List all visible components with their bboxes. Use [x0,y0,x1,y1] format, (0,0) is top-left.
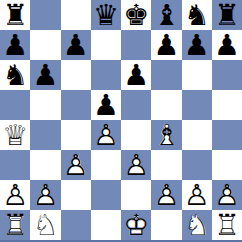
piece-outline-layer: ♘ [182,210,212,240]
square-a7[interactable]: ♟ [0,30,30,60]
square-b2[interactable]: ♟♙ [30,180,60,210]
piece-outline-layer: ♙ [61,150,91,180]
square-d7[interactable] [91,30,121,60]
square-g6[interactable] [182,60,212,90]
piece-solid-layer: ♟ [212,30,242,60]
square-b6[interactable]: ♟ [30,60,60,90]
white-knight[interactable]: ♞♘ [182,210,212,240]
piece-outline-layer: ♙ [182,180,212,210]
white-rook[interactable]: ♜♖ [212,210,242,240]
square-b4[interactable] [30,120,60,150]
white-bishop[interactable]: ♝♗ [151,120,181,150]
square-h5[interactable] [212,90,242,120]
white-king[interactable]: ♚♔ [121,210,151,240]
square-c3[interactable]: ♟♙ [61,150,91,180]
piece-solid-layer: ♟ [61,30,91,60]
square-h8[interactable]: ♜ [212,0,242,30]
square-h1[interactable]: ♜♖ [212,210,242,240]
piece-outline-layer: ♔ [121,210,151,240]
piece-solid-layer: ♜ [212,0,242,30]
square-d4[interactable]: ♟♙ [91,120,121,150]
white-pawn[interactable]: ♟♙ [182,180,212,210]
square-f5[interactable] [151,90,181,120]
square-e1[interactable]: ♚♔ [121,210,151,240]
piece-outline-layer: ♙ [0,180,30,210]
white-pawn[interactable]: ♟♙ [151,180,181,210]
square-h3[interactable] [212,150,242,180]
black-pawn[interactable]: ♟ [61,30,91,60]
square-b3[interactable] [30,150,60,180]
square-a6[interactable]: ♞ [0,60,30,90]
square-c1[interactable] [61,210,91,240]
piece-solid-layer: ♞ [0,60,30,90]
piece-solid-layer: ♟ [151,30,181,60]
piece-outline-layer: ♙ [30,180,60,210]
white-rook[interactable]: ♜♖ [0,210,30,240]
square-e3[interactable]: ♟♙ [121,150,151,180]
white-pawn[interactable]: ♟♙ [212,180,242,210]
piece-solid-layer: ♟ [121,60,151,90]
white-pawn[interactable]: ♟♙ [121,150,151,180]
square-f1[interactable] [151,210,181,240]
square-f3[interactable] [151,150,181,180]
square-f4[interactable]: ♝♗ [151,120,181,150]
black-rook[interactable]: ♜ [0,0,30,30]
black-pawn[interactable]: ♟ [182,30,212,60]
piece-solid-layer: ♛ [91,0,121,30]
square-c8[interactable] [61,0,91,30]
piece-solid-layer: ♟ [91,90,121,120]
piece-solid-layer: ♝ [151,0,181,30]
square-d1[interactable] [91,210,121,240]
black-knight[interactable]: ♞ [182,0,212,30]
square-e2[interactable] [121,180,151,210]
square-c4[interactable] [61,120,91,150]
square-c5[interactable] [61,90,91,120]
chess-board: ♜♛♚♝♞♜♟♟♟♟♟♞♟♟♟♛♕♟♙♝♗♟♙♟♙♟♙♟♙♟♙♟♙♟♙♜♖♞♘♚… [0,0,242,242]
white-queen[interactable]: ♛♕ [0,120,30,150]
piece-outline-layer: ♙ [212,180,242,210]
piece-outline-layer: ♗ [151,120,181,150]
square-h2[interactable]: ♟♙ [212,180,242,210]
square-h6[interactable] [212,60,242,90]
piece-solid-layer: ♚ [121,0,151,30]
square-a2[interactable]: ♟♙ [0,180,30,210]
square-f7[interactable]: ♟ [151,30,181,60]
square-f2[interactable]: ♟♙ [151,180,181,210]
square-e4[interactable] [121,120,151,150]
black-bishop[interactable]: ♝ [151,0,181,30]
piece-outline-layer: ♙ [121,150,151,180]
square-g7[interactable]: ♟ [182,30,212,60]
piece-solid-layer: ♞ [182,0,212,30]
white-pawn[interactable]: ♟♙ [30,180,60,210]
piece-outline-layer: ♙ [91,120,121,150]
piece-outline-layer: ♖ [212,210,242,240]
square-d8[interactable]: ♛ [91,0,121,30]
square-g3[interactable] [182,150,212,180]
piece-outline-layer: ♘ [30,210,60,240]
white-pawn[interactable]: ♟♙ [61,150,91,180]
square-g5[interactable] [182,90,212,120]
black-pawn[interactable]: ♟ [30,60,60,90]
square-f6[interactable] [151,60,181,90]
square-c2[interactable] [61,180,91,210]
square-b8[interactable] [30,0,60,30]
black-rook[interactable]: ♜ [212,0,242,30]
square-e6[interactable]: ♟ [121,60,151,90]
square-a4[interactable]: ♛♕ [0,120,30,150]
square-f8[interactable]: ♝ [151,0,181,30]
square-d3[interactable] [91,150,121,180]
square-h4[interactable] [212,120,242,150]
piece-solid-layer: ♟ [182,30,212,60]
square-c6[interactable] [61,60,91,90]
square-g1[interactable]: ♞♘ [182,210,212,240]
square-g4[interactable] [182,120,212,150]
piece-solid-layer: ♟ [0,30,30,60]
piece-outline-layer: ♕ [0,120,30,150]
piece-outline-layer: ♖ [0,210,30,240]
white-knight[interactable]: ♞♘ [30,210,60,240]
square-b7[interactable] [30,30,60,60]
square-g8[interactable]: ♞ [182,0,212,30]
black-pawn[interactable]: ♟ [0,30,30,60]
square-d6[interactable] [91,60,121,90]
square-c7[interactable]: ♟ [61,30,91,60]
black-pawn[interactable]: ♟ [212,30,242,60]
black-pawn[interactable]: ♟ [91,90,121,120]
square-d5[interactable]: ♟ [91,90,121,120]
piece-solid-layer: ♟ [30,60,60,90]
square-a3[interactable] [0,150,30,180]
square-d2[interactable] [91,180,121,210]
square-h7[interactable]: ♟ [212,30,242,60]
square-e7[interactable] [121,30,151,60]
square-g2[interactable]: ♟♙ [182,180,212,210]
black-pawn[interactable]: ♟ [121,60,151,90]
piece-solid-layer: ♜ [0,0,30,30]
piece-outline-layer: ♙ [151,180,181,210]
square-a1[interactable]: ♜♖ [0,210,30,240]
square-a5[interactable] [0,90,30,120]
black-pawn[interactable]: ♟ [151,30,181,60]
black-knight[interactable]: ♞ [0,60,30,90]
square-e8[interactable]: ♚ [121,0,151,30]
square-b5[interactable] [30,90,60,120]
white-pawn[interactable]: ♟♙ [0,180,30,210]
black-queen[interactable]: ♛ [91,0,121,30]
square-e5[interactable] [121,90,151,120]
square-a8[interactable]: ♜ [0,0,30,30]
black-king[interactable]: ♚ [121,0,151,30]
white-pawn[interactable]: ♟♙ [91,120,121,150]
square-b1[interactable]: ♞♘ [30,210,60,240]
